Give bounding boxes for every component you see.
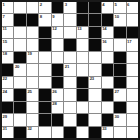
crossword-cell[interactable] — [127, 52, 138, 63]
clue-number: 13 — [77, 26, 81, 31]
crossword-cell[interactable]: 4 — [102, 2, 113, 13]
crossword-cell[interactable] — [52, 127, 63, 138]
clue-number: 28 — [52, 101, 56, 106]
block-cell — [52, 114, 63, 125]
crossword-cell[interactable] — [27, 77, 38, 88]
block-cell — [77, 77, 88, 88]
crossword-cell[interactable] — [127, 14, 138, 25]
crossword-cell[interactable]: 31 — [2, 127, 13, 138]
clue-number: 4 — [102, 2, 104, 7]
crossword-cell[interactable]: 6 — [127, 2, 138, 13]
clue-number: 6 — [127, 2, 129, 7]
crossword-cell[interactable]: 12 — [52, 27, 63, 38]
clue-number: 31 — [3, 126, 7, 131]
clue-number: 18 — [3, 51, 7, 56]
crossword-cell[interactable] — [64, 14, 75, 25]
clue-number: 9 — [52, 14, 54, 19]
clue-number: 22 — [3, 76, 7, 81]
crossword-cell[interactable]: 9 — [52, 14, 63, 25]
block-cell — [114, 77, 125, 88]
crossword-cell[interactable] — [39, 77, 50, 88]
crossword-cell[interactable] — [102, 77, 113, 88]
block-cell — [14, 102, 25, 113]
clue-number: 8 — [40, 14, 42, 19]
crossword-cell[interactable]: 1 — [2, 2, 13, 13]
clue-number: 7 — [3, 14, 5, 19]
crossword-cell[interactable]: 7 — [2, 14, 13, 25]
crossword-cell[interactable] — [89, 52, 100, 63]
block-cell — [39, 102, 50, 113]
block-cell — [39, 89, 50, 100]
crossword-cell[interactable] — [52, 39, 63, 50]
crossword-cell[interactable]: 19 — [27, 52, 38, 63]
crossword-cell[interactable]: 24 — [2, 89, 13, 100]
clue-number: 16 — [102, 39, 106, 44]
crossword-cell[interactable] — [77, 64, 88, 75]
crossword-cell[interactable] — [127, 127, 138, 138]
crossword-cell[interactable] — [64, 27, 75, 38]
crossword-cell[interactable] — [64, 77, 75, 88]
crossword-cell[interactable] — [39, 127, 50, 138]
crossword-cell[interactable]: 15 — [2, 39, 13, 50]
clue-number: 26 — [52, 89, 56, 94]
crossword-cell[interactable] — [89, 114, 100, 125]
crossword-cell[interactable] — [14, 39, 25, 50]
crossword-cell[interactable] — [14, 2, 25, 13]
crossword-cell[interactable] — [27, 2, 38, 13]
block-cell — [64, 127, 75, 138]
clue-number: 14 — [102, 26, 106, 31]
crossword-cell[interactable] — [14, 77, 25, 88]
clue-number: 27 — [115, 89, 119, 94]
block-cell — [114, 102, 125, 113]
crossword-cell[interactable]: 20 — [14, 64, 25, 75]
clue-number: 1 — [3, 2, 5, 7]
block-cell — [52, 77, 63, 88]
crossword-cell[interactable]: 8 — [39, 14, 50, 25]
crossword-cell[interactable]: 2 — [39, 2, 50, 13]
crossword-cell[interactable]: 10 — [114, 14, 125, 25]
block-cell — [39, 114, 50, 125]
crossword-cell[interactable]: 16 — [102, 39, 113, 50]
block-cell — [102, 89, 113, 100]
crossword-cell[interactable]: 13 — [77, 27, 88, 38]
block-cell — [102, 114, 113, 125]
crossword-cell[interactable] — [89, 64, 100, 75]
crossword-cell[interactable]: 11 — [2, 27, 13, 38]
crossword-cell[interactable]: 27 — [114, 89, 125, 100]
block-cell — [14, 127, 25, 138]
block-cell — [2, 64, 13, 75]
crossword-cell[interactable]: 21 — [64, 64, 75, 75]
crossword-cell[interactable]: 29 — [2, 114, 13, 125]
block-cell — [102, 14, 113, 25]
block-cell — [89, 27, 100, 38]
crossword-cell[interactable]: 3 — [64, 2, 75, 13]
block-cell — [114, 27, 125, 38]
block-cell — [102, 64, 113, 75]
crossword-cell[interactable]: 17 — [127, 39, 138, 50]
block-cell — [114, 52, 125, 63]
block-cell — [114, 64, 125, 75]
clue-number: 5 — [115, 2, 117, 7]
crossword-board: 1234567891011121314151617181920212223242… — [0, 0, 140, 140]
crossword-cell[interactable]: 25 — [27, 89, 38, 100]
crossword-cell[interactable] — [64, 89, 75, 100]
crossword-cell[interactable] — [77, 102, 88, 113]
crossword-cell[interactable] — [27, 39, 38, 50]
block-cell — [14, 89, 25, 100]
crossword-cell[interactable]: 14 — [102, 27, 113, 38]
block-cell — [64, 39, 75, 50]
clue-number: 17 — [127, 39, 131, 44]
crossword-cell[interactable] — [14, 114, 25, 125]
crossword-cell[interactable] — [102, 102, 113, 113]
crossword-cell[interactable] — [52, 52, 63, 63]
crossword-cell[interactable] — [64, 114, 75, 125]
block-cell — [89, 127, 100, 138]
crossword-cell[interactable] — [14, 27, 25, 38]
crossword-cell[interactable] — [27, 102, 38, 113]
clue-number: 32 — [27, 126, 31, 131]
block-cell — [52, 64, 63, 75]
crossword-cell[interactable] — [89, 102, 100, 113]
clue-number: 10 — [115, 14, 119, 19]
crossword-cell[interactable]: 5 — [114, 2, 125, 13]
crossword-cell[interactable] — [64, 52, 75, 63]
clue-number: 33 — [102, 126, 106, 131]
block-cell — [77, 2, 88, 13]
clue-number: 2 — [40, 2, 42, 7]
crossword-cell[interactable] — [127, 102, 138, 113]
crossword-cell[interactable] — [89, 89, 100, 100]
block-cell — [127, 27, 138, 38]
crossword-cell[interactable] — [27, 64, 38, 75]
clue-number: 20 — [15, 64, 19, 69]
clue-number: 11 — [3, 26, 7, 31]
crossword-cell[interactable] — [39, 64, 50, 75]
crossword-cell[interactable]: 23 — [89, 77, 100, 88]
crossword-cell[interactable] — [77, 39, 88, 50]
crossword-cell[interactable] — [114, 39, 125, 50]
crossword-grid: 1234567891011121314151617181920212223242… — [0, 0, 140, 140]
crossword-cell[interactable] — [77, 127, 88, 138]
crossword-cell[interactable] — [127, 89, 138, 100]
block-cell — [77, 89, 88, 100]
clue-number: 12 — [52, 26, 56, 31]
crossword-cell[interactable]: 22 — [2, 77, 13, 88]
crossword-cell[interactable] — [114, 127, 125, 138]
crossword-cell[interactable] — [127, 77, 138, 88]
block-cell — [77, 114, 88, 125]
block-cell — [77, 14, 88, 25]
crossword-cell[interactable]: 30 — [114, 114, 125, 125]
crossword-cell[interactable] — [77, 52, 88, 63]
block-cell — [2, 102, 13, 113]
crossword-cell[interactable] — [127, 114, 138, 125]
block-cell — [14, 52, 25, 63]
clue-number: 30 — [115, 114, 119, 119]
clue-number: 15 — [3, 39, 7, 44]
clue-number: 23 — [90, 76, 94, 81]
crossword-cell[interactable]: 26 — [52, 89, 63, 100]
clue-number: 29 — [3, 114, 7, 119]
crossword-cell[interactable]: 33 — [102, 127, 113, 138]
clue-number: 24 — [3, 89, 7, 94]
crossword-cell[interactable]: 32 — [27, 127, 38, 138]
block-cell — [14, 14, 25, 25]
crossword-cell[interactable] — [27, 27, 38, 38]
crossword-cell[interactable] — [27, 114, 38, 125]
block-cell — [39, 39, 50, 50]
block-cell — [39, 27, 50, 38]
crossword-cell[interactable]: 28 — [52, 102, 63, 113]
block-cell — [89, 39, 100, 50]
clue-number: 25 — [27, 89, 31, 94]
clue-number: 21 — [65, 64, 69, 69]
crossword-cell[interactable] — [39, 52, 50, 63]
crossword-cell[interactable]: 18 — [2, 52, 13, 63]
crossword-cell[interactable] — [102, 52, 113, 63]
clue-number: 3 — [65, 2, 67, 7]
block-cell — [89, 2, 100, 13]
crossword-cell[interactable] — [127, 64, 138, 75]
block-cell — [27, 14, 38, 25]
clue-number: 19 — [27, 51, 31, 56]
block-cell — [52, 2, 63, 13]
block-cell — [89, 14, 100, 25]
crossword-cell[interactable] — [64, 102, 75, 113]
